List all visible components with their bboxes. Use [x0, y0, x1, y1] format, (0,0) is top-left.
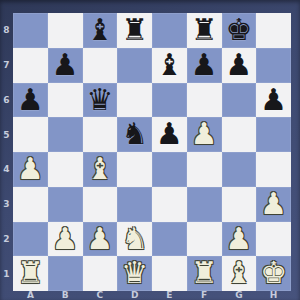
- file-label-f: F: [187, 289, 222, 300]
- square-c3[interactable]: [83, 187, 118, 222]
- file-label-c: C: [83, 289, 118, 300]
- rank-label-7: 7: [0, 48, 13, 83]
- square-h7[interactable]: [256, 48, 291, 83]
- square-a1[interactable]: ♜: [13, 256, 48, 291]
- square-b5[interactable]: [48, 117, 83, 152]
- square-a4[interactable]: ♟: [13, 152, 48, 187]
- square-g7[interactable]: ♟: [222, 48, 257, 83]
- chess-board: ♝♜♜♚♟♝♟♟♟♛♟♞♟♟♟♝♟♟♟♞♟♜♛♜♝♚: [13, 13, 291, 291]
- square-e4[interactable]: [152, 152, 187, 187]
- square-c5[interactable]: [83, 117, 118, 152]
- file-labels: ABCDEFGH: [13, 289, 291, 300]
- square-c2[interactable]: ♟: [83, 222, 118, 257]
- rank-labels: 87654321: [0, 13, 13, 291]
- square-a8[interactable]: [13, 13, 48, 48]
- square-h4[interactable]: [256, 152, 291, 187]
- square-b6[interactable]: [48, 83, 83, 118]
- square-e2[interactable]: [152, 222, 187, 257]
- square-h6[interactable]: ♟: [256, 83, 291, 118]
- piece-white-bishop[interactable]: ♝: [222, 256, 257, 291]
- chess-puzzle-diagram: 87654321 ♝♜♜♚♟♝♟♟♟♛♟♞♟♟♟♝♟♟♟♞♟♜♛♜♝♚ ABCD…: [0, 0, 300, 300]
- square-b8[interactable]: [48, 13, 83, 48]
- square-g5[interactable]: [222, 117, 257, 152]
- square-a5[interactable]: [13, 117, 48, 152]
- piece-black-knight[interactable]: ♞: [117, 117, 152, 152]
- square-f6[interactable]: [187, 83, 222, 118]
- square-d5[interactable]: ♞: [117, 117, 152, 152]
- rank-label-1: 1: [0, 256, 13, 291]
- piece-black-pawn[interactable]: ♟: [152, 117, 187, 152]
- piece-white-pawn[interactable]: ♟: [13, 152, 48, 187]
- square-f8[interactable]: ♜: [187, 13, 222, 48]
- square-b7[interactable]: ♟: [48, 48, 83, 83]
- piece-black-rook[interactable]: ♜: [187, 13, 222, 48]
- piece-white-pawn[interactable]: ♟: [222, 222, 257, 257]
- square-c7[interactable]: [83, 48, 118, 83]
- square-f3[interactable]: [187, 187, 222, 222]
- piece-white-pawn[interactable]: ♟: [187, 117, 222, 152]
- rank-label-8: 8: [0, 13, 13, 48]
- square-g6[interactable]: [222, 83, 257, 118]
- square-d4[interactable]: [117, 152, 152, 187]
- square-b4[interactable]: [48, 152, 83, 187]
- square-c4[interactable]: ♝: [83, 152, 118, 187]
- piece-black-pawn[interactable]: ♟: [48, 48, 83, 83]
- square-d3[interactable]: [117, 187, 152, 222]
- rank-label-3: 3: [0, 187, 13, 222]
- square-d2[interactable]: ♞: [117, 222, 152, 257]
- piece-black-bishop[interactable]: ♝: [83, 13, 118, 48]
- square-e6[interactable]: [152, 83, 187, 118]
- square-h1[interactable]: ♚: [256, 256, 291, 291]
- square-a3[interactable]: [13, 187, 48, 222]
- piece-black-rook[interactable]: ♜: [117, 13, 152, 48]
- square-f4[interactable]: [187, 152, 222, 187]
- square-d8[interactable]: ♜: [117, 13, 152, 48]
- piece-white-pawn[interactable]: ♟: [83, 222, 118, 257]
- piece-black-pawn[interactable]: ♟: [187, 48, 222, 83]
- square-e3[interactable]: [152, 187, 187, 222]
- square-d1[interactable]: ♛: [117, 256, 152, 291]
- square-g4[interactable]: [222, 152, 257, 187]
- square-b2[interactable]: ♟: [48, 222, 83, 257]
- piece-white-bishop[interactable]: ♝: [83, 152, 118, 187]
- square-a6[interactable]: ♟: [13, 83, 48, 118]
- square-h5[interactable]: [256, 117, 291, 152]
- square-d6[interactable]: [117, 83, 152, 118]
- rank-label-6: 6: [0, 83, 13, 118]
- piece-white-pawn[interactable]: ♟: [48, 222, 83, 257]
- square-g8[interactable]: ♚: [222, 13, 257, 48]
- square-g2[interactable]: ♟: [222, 222, 257, 257]
- rank-label-4: 4: [0, 152, 13, 187]
- piece-white-rook[interactable]: ♜: [13, 256, 48, 291]
- piece-black-bishop[interactable]: ♝: [152, 48, 187, 83]
- square-e1[interactable]: [152, 256, 187, 291]
- file-label-a: A: [13, 289, 48, 300]
- square-h8[interactable]: [256, 13, 291, 48]
- file-label-d: D: [117, 289, 152, 300]
- file-label-g: G: [222, 289, 257, 300]
- piece-white-knight[interactable]: ♞: [117, 222, 152, 257]
- piece-white-queen[interactable]: ♛: [117, 256, 152, 291]
- square-e5[interactable]: ♟: [152, 117, 187, 152]
- piece-white-pawn[interactable]: ♟: [256, 187, 291, 222]
- square-a2[interactable]: [13, 222, 48, 257]
- piece-white-rook[interactable]: ♜: [187, 256, 222, 291]
- square-e8[interactable]: [152, 13, 187, 48]
- square-b1[interactable]: [48, 256, 83, 291]
- square-d7[interactable]: [117, 48, 152, 83]
- square-g3[interactable]: [222, 187, 257, 222]
- rank-label-2: 2: [0, 222, 13, 257]
- square-f5[interactable]: ♟: [187, 117, 222, 152]
- square-f7[interactable]: ♟: [187, 48, 222, 83]
- square-c8[interactable]: ♝: [83, 13, 118, 48]
- piece-black-queen[interactable]: ♛: [83, 83, 118, 118]
- piece-black-king[interactable]: ♚: [222, 13, 257, 48]
- piece-black-pawn[interactable]: ♟: [256, 83, 291, 118]
- piece-black-pawn[interactable]: ♟: [13, 83, 48, 118]
- square-h3[interactable]: ♟: [256, 187, 291, 222]
- file-label-e: E: [152, 289, 187, 300]
- square-c1[interactable]: [83, 256, 118, 291]
- rank-label-5: 5: [0, 117, 13, 152]
- square-c6[interactable]: ♛: [83, 83, 118, 118]
- file-label-b: B: [48, 289, 83, 300]
- piece-white-king[interactable]: ♚: [256, 256, 291, 291]
- square-b3[interactable]: [48, 187, 83, 222]
- square-f1[interactable]: ♜: [187, 256, 222, 291]
- file-label-h: H: [256, 289, 291, 300]
- square-e7[interactable]: ♝: [152, 48, 187, 83]
- square-h2[interactable]: [256, 222, 291, 257]
- square-a7[interactable]: [13, 48, 48, 83]
- square-g1[interactable]: ♝: [222, 256, 257, 291]
- square-f2[interactable]: [187, 222, 222, 257]
- piece-black-pawn[interactable]: ♟: [222, 48, 257, 83]
